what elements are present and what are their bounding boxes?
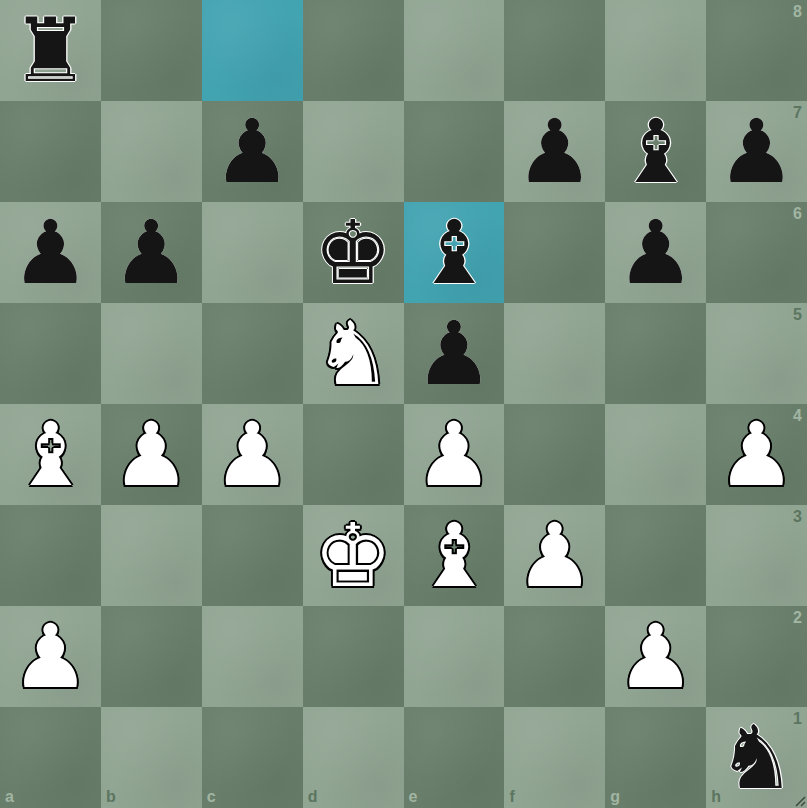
square-a8[interactable] (0, 0, 101, 101)
square-h6[interactable]: 6 (706, 202, 807, 303)
square-c3[interactable] (202, 505, 303, 606)
square-e8[interactable] (404, 0, 505, 101)
square-h1[interactable]: h1 (706, 707, 807, 808)
black-pawn[interactable] (0, 202, 101, 303)
square-e6[interactable] (404, 202, 505, 303)
file-label-d: d (308, 789, 318, 805)
white-knight[interactable] (303, 303, 404, 404)
square-g1[interactable]: g (605, 707, 706, 808)
white-pawn[interactable] (404, 404, 505, 505)
square-d1[interactable]: d (303, 707, 404, 808)
square-d6[interactable] (303, 202, 404, 303)
square-f7[interactable] (504, 101, 605, 202)
black-pawn[interactable] (404, 303, 505, 404)
square-d3[interactable] (303, 505, 404, 606)
file-label-c: c (207, 789, 216, 805)
white-pawn[interactable] (101, 404, 202, 505)
square-b3[interactable] (101, 505, 202, 606)
square-b6[interactable] (101, 202, 202, 303)
white-king[interactable] (303, 505, 404, 606)
file-label-b: b (106, 789, 116, 805)
square-h2[interactable]: 2 (706, 606, 807, 707)
square-f5[interactable] (504, 303, 605, 404)
square-g8[interactable] (605, 0, 706, 101)
square-b7[interactable] (101, 101, 202, 202)
black-pawn[interactable] (504, 101, 605, 202)
square-c4[interactable] (202, 404, 303, 505)
square-e1[interactable]: e (404, 707, 505, 808)
square-e3[interactable] (404, 505, 505, 606)
file-label-f: f (509, 789, 514, 805)
square-b4[interactable] (101, 404, 202, 505)
square-d8[interactable] (303, 0, 404, 101)
square-h4[interactable]: 4 (706, 404, 807, 505)
square-d2[interactable] (303, 606, 404, 707)
board-resize-handle-icon[interactable] (790, 791, 806, 807)
square-d7[interactable] (303, 101, 404, 202)
square-g3[interactable] (605, 505, 706, 606)
square-c1[interactable]: c (202, 707, 303, 808)
square-f8[interactable] (504, 0, 605, 101)
square-e2[interactable] (404, 606, 505, 707)
square-g6[interactable] (605, 202, 706, 303)
square-g5[interactable] (605, 303, 706, 404)
black-pawn[interactable] (202, 101, 303, 202)
file-label-e: e (409, 789, 418, 805)
square-h5[interactable]: 5 (706, 303, 807, 404)
square-a7[interactable] (0, 101, 101, 202)
square-h7[interactable]: 7 (706, 101, 807, 202)
rank-label-3: 3 (793, 509, 802, 525)
square-b1[interactable]: b (101, 707, 202, 808)
black-bishop[interactable] (404, 202, 505, 303)
file-label-a: a (5, 789, 14, 805)
white-pawn[interactable] (706, 404, 807, 505)
square-g4[interactable] (605, 404, 706, 505)
square-h8[interactable]: 8 (706, 0, 807, 101)
square-a4[interactable] (0, 404, 101, 505)
white-pawn[interactable] (605, 606, 706, 707)
rank-label-5: 5 (793, 307, 802, 323)
square-a2[interactable] (0, 606, 101, 707)
white-bishop[interactable] (404, 505, 505, 606)
square-b2[interactable] (101, 606, 202, 707)
square-a5[interactable] (0, 303, 101, 404)
black-pawn[interactable] (101, 202, 202, 303)
square-b8[interactable] (101, 0, 202, 101)
square-f1[interactable]: f (504, 707, 605, 808)
square-e7[interactable] (404, 101, 505, 202)
square-b5[interactable] (101, 303, 202, 404)
square-c6[interactable] (202, 202, 303, 303)
square-a3[interactable] (0, 505, 101, 606)
square-f4[interactable] (504, 404, 605, 505)
rank-label-8: 8 (793, 4, 802, 20)
square-e5[interactable] (404, 303, 505, 404)
square-g2[interactable] (605, 606, 706, 707)
black-bishop[interactable] (605, 101, 706, 202)
square-c7[interactable] (202, 101, 303, 202)
square-e4[interactable] (404, 404, 505, 505)
white-pawn[interactable] (0, 606, 101, 707)
square-d5[interactable] (303, 303, 404, 404)
square-c5[interactable] (202, 303, 303, 404)
square-f6[interactable] (504, 202, 605, 303)
square-a6[interactable] (0, 202, 101, 303)
black-pawn[interactable] (706, 101, 807, 202)
square-f2[interactable] (504, 606, 605, 707)
white-pawn[interactable] (504, 505, 605, 606)
black-rook[interactable] (0, 0, 101, 101)
square-f3[interactable] (504, 505, 605, 606)
file-label-g: g (610, 789, 620, 805)
square-a1[interactable]: a (0, 707, 101, 808)
white-bishop[interactable] (0, 404, 101, 505)
white-pawn[interactable] (202, 404, 303, 505)
rank-label-2: 2 (793, 610, 802, 626)
square-g7[interactable] (605, 101, 706, 202)
rank-label-6: 6 (793, 206, 802, 222)
square-h3[interactable]: 3 (706, 505, 807, 606)
chess-board: 8765432abcdefgh1 (0, 0, 807, 808)
square-d4[interactable] (303, 404, 404, 505)
black-pawn[interactable] (605, 202, 706, 303)
black-king[interactable] (303, 202, 404, 303)
square-c8[interactable] (202, 0, 303, 101)
square-c2[interactable] (202, 606, 303, 707)
